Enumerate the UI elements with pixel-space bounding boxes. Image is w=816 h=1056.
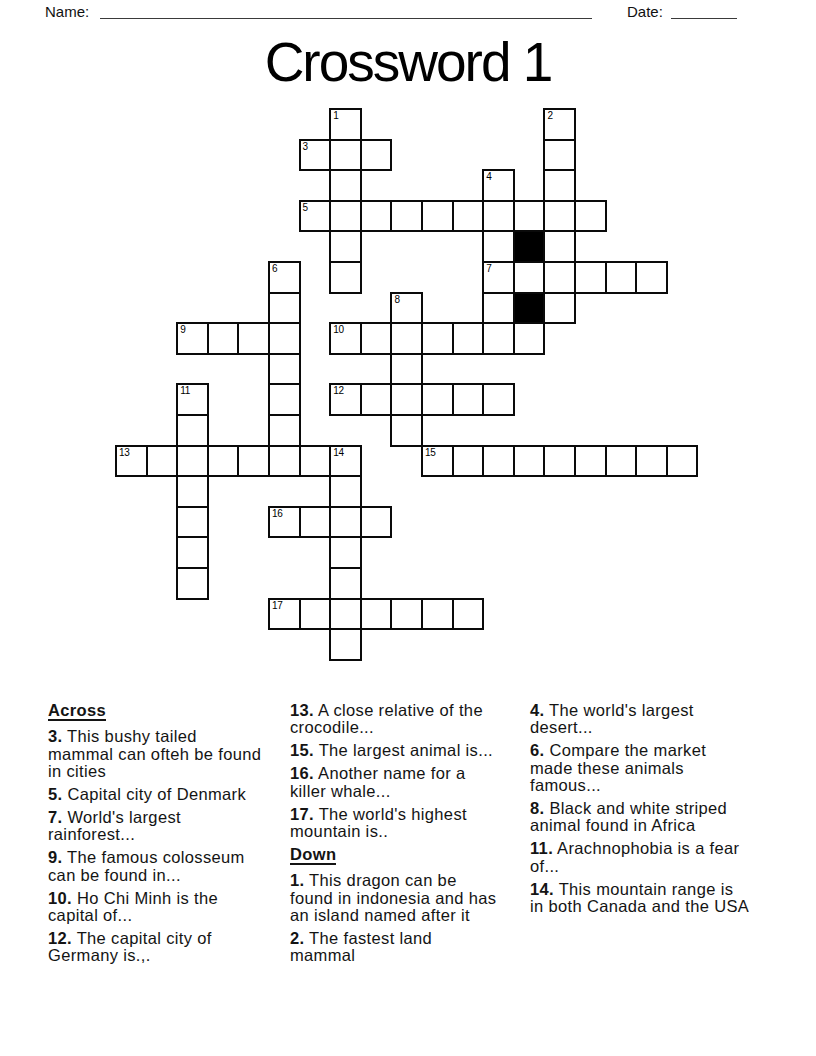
grid-cell[interactable]: [268, 506, 301, 539]
grid-cell[interactable]: [390, 383, 423, 416]
name-input-line[interactable]: [100, 18, 592, 19]
grid-cell[interactable]: [513, 200, 546, 233]
grid-cell[interactable]: [635, 261, 668, 294]
clue-number: 5.: [48, 785, 62, 803]
grid-cell[interactable]: [421, 598, 454, 631]
clue-column-2: 13. A close relative of thecrocodile...1…: [290, 702, 531, 970]
grid-cell[interactable]: [574, 261, 607, 294]
grid-cell[interactable]: [146, 445, 179, 478]
clue-column-3: 4. The world's largestdesert...6. Compar…: [530, 702, 767, 921]
grid-cell[interactable]: [299, 506, 332, 539]
clue-number: 7.: [48, 808, 62, 826]
grid-cell[interactable]: [329, 200, 362, 233]
clue-across-10: 10. Ho Chi Minh is thecapital of...: [48, 890, 285, 925]
grid-cell[interactable]: [268, 414, 301, 447]
clue-down-1: 1. This dragon can befound in indonesia …: [290, 872, 531, 924]
grid-cell[interactable]: [605, 445, 638, 478]
grid-cell[interactable]: [452, 322, 485, 355]
page-title: Crossword 1: [0, 35, 816, 90]
grid-cell[interactable]: [513, 322, 546, 355]
clue-number: 17.: [290, 805, 314, 823]
grid-cell[interactable]: [482, 292, 515, 325]
grid-cell[interactable]: [329, 322, 362, 355]
grid-cell[interactable]: [299, 139, 332, 172]
grid-cell[interactable]: [543, 139, 576, 172]
clue-number: 11.: [530, 839, 553, 857]
grid-cell[interactable]: [329, 475, 362, 508]
grid-cell[interactable]: [635, 445, 668, 478]
grid-cell[interactable]: [482, 322, 515, 355]
clue-across-17: 17. The world's highestmountain is..: [290, 806, 531, 841]
grid-cell[interactable]: [390, 200, 423, 233]
grid-cell[interactable]: [360, 383, 393, 416]
grid-cell[interactable]: [268, 598, 301, 631]
grid-cell[interactable]: [513, 445, 546, 478]
grid-cell[interactable]: [360, 506, 393, 539]
grid-cell[interactable]: [207, 322, 240, 355]
grid-cell[interactable]: [268, 292, 301, 325]
clue-across-3: 3. This bushy tailedmammal can ofteh be …: [48, 728, 285, 780]
date-label: Date:: [627, 3, 663, 20]
clue-down-4: 4. The world's largestdesert...: [530, 702, 767, 737]
clue-number: 16.: [290, 764, 314, 782]
clue-number: 10.: [48, 889, 72, 907]
clues-across-heading: Across: [48, 702, 106, 721]
grid-cell[interactable]: [482, 445, 515, 478]
grid-cell[interactable]: [329, 261, 362, 294]
grid-cell[interactable]: [390, 292, 423, 325]
grid-cell[interactable]: [421, 200, 454, 233]
clue-number: 9.: [48, 848, 62, 866]
grid-cell[interactable]: [452, 200, 485, 233]
clue-number: 2.: [290, 929, 304, 947]
grid-cell[interactable]: [452, 598, 485, 631]
grid-cell[interactable]: [237, 322, 270, 355]
grid-cell[interactable]: [421, 445, 454, 478]
grid-cell[interactable]: [360, 322, 393, 355]
grid-cell[interactable]: [360, 139, 393, 172]
grid-cell[interactable]: [421, 383, 454, 416]
grid-cell[interactable]: [176, 567, 209, 600]
grid-cell[interactable]: [329, 567, 362, 600]
grid-cell[interactable]: [176, 414, 209, 447]
grid-cell[interactable]: [299, 445, 332, 478]
clue-number: 8.: [530, 799, 544, 817]
grid-cell[interactable]: [513, 261, 546, 294]
grid-cell[interactable]: [543, 230, 576, 263]
clue-down-2: 2. The fastest landmammal: [290, 930, 531, 965]
grid-cell[interactable]: [421, 322, 454, 355]
grid-cell[interactable]: [543, 200, 576, 233]
grid-cell[interactable]: [452, 445, 485, 478]
clue-across-12: 12. The capital city ofGermany is.,.: [48, 930, 285, 965]
grid-cell[interactable]: [176, 383, 209, 416]
grid-cell[interactable]: [268, 445, 301, 478]
grid-cell[interactable]: [482, 169, 515, 202]
grid-cell[interactable]: [329, 383, 362, 416]
grid-cell[interactable]: [329, 108, 362, 141]
clue-number: 4.: [530, 701, 544, 719]
clue-across-7: 7. World's largestrainforest...: [48, 809, 285, 844]
clue-number: 14.: [530, 880, 554, 898]
grid-cell[interactable]: [176, 506, 209, 539]
grid-cell[interactable]: [543, 292, 576, 325]
grid-cell[interactable]: [299, 598, 332, 631]
clue-across-16: 16. Another name for akiller whale...: [290, 765, 531, 800]
name-label: Name:: [45, 3, 89, 20]
grid-cell[interactable]: [390, 322, 423, 355]
grid-cell[interactable]: [482, 383, 515, 416]
grid-cell[interactable]: [605, 261, 638, 294]
grid-cell[interactable]: [207, 445, 240, 478]
grid-cell[interactable]: [329, 536, 362, 569]
grid-cell[interactable]: [543, 261, 576, 294]
grid-cell[interactable]: [543, 169, 576, 202]
grid-cell[interactable]: [543, 445, 576, 478]
date-input-line[interactable]: [671, 18, 737, 19]
grid-cell[interactable]: [360, 598, 393, 631]
grid-cell[interactable]: [329, 139, 362, 172]
grid-cell[interactable]: [329, 598, 362, 631]
clue-across-5: 5. Capital city of Denmark: [48, 786, 285, 803]
grid-cell[interactable]: [268, 322, 301, 355]
grid-cell[interactable]: [329, 445, 362, 478]
grid-cell[interactable]: [574, 445, 607, 478]
grid-cell[interactable]: [452, 383, 485, 416]
grid-cell[interactable]: [176, 536, 209, 569]
crossword-grid: 1234567891011121314151617: [115, 108, 699, 662]
grid-cell[interactable]: [390, 353, 423, 386]
black-cell: [513, 230, 546, 263]
grid-cell[interactable]: [329, 506, 362, 539]
grid-cell[interactable]: [543, 108, 576, 141]
grid-cell[interactable]: [268, 383, 301, 416]
clue-across-13: 13. A close relative of thecrocodile...: [290, 702, 531, 737]
clue-down-11: 11. Arachnophobia is a fearof...: [530, 840, 767, 875]
grid-cell[interactable]: [115, 445, 148, 478]
grid-cell[interactable]: [299, 200, 332, 233]
grid-cell[interactable]: [176, 475, 209, 508]
clue-number: 3.: [48, 727, 62, 745]
clue-number: 6.: [530, 741, 544, 759]
clue-down-14: 14. This mountain range isin both Canada…: [530, 881, 767, 916]
clue-down-8: 8. Black and white stripedanimal found i…: [530, 800, 767, 835]
grid-cell[interactable]: [574, 200, 607, 233]
grid-cell[interactable]: [268, 353, 301, 386]
grid-cell[interactable]: [482, 261, 515, 294]
clue-number: 12.: [48, 929, 72, 947]
clue-number: 15.: [290, 741, 314, 759]
grid-cell[interactable]: [666, 445, 699, 478]
grid-cell[interactable]: [176, 445, 209, 478]
grid-cell[interactable]: [482, 230, 515, 263]
grid-cell[interactable]: [390, 598, 423, 631]
grid-cell[interactable]: [329, 230, 362, 263]
clue-across-15: 15. The largest animal is...: [290, 742, 531, 759]
clues-down-heading: Down: [290, 846, 336, 865]
clue-column-1: Across3. This bushy tailedmammal can oft…: [48, 702, 285, 970]
grid-cell[interactable]: [329, 169, 362, 202]
clue-across-9: 9. The famous colosseumcan be found in..…: [48, 849, 285, 884]
clue-down-6: 6. Compare the marketmade these animalsf…: [530, 742, 767, 794]
black-cell: [513, 292, 546, 325]
grid-cell[interactable]: [482, 200, 515, 233]
grid-cell[interactable]: [329, 628, 362, 661]
grid-cell[interactable]: [360, 200, 393, 233]
grid-cell[interactable]: [268, 261, 301, 294]
grid-cell[interactable]: [176, 322, 209, 355]
clue-number: 13.: [290, 701, 314, 719]
grid-cell[interactable]: [237, 445, 270, 478]
grid-cell[interactable]: [390, 414, 423, 447]
clue-number: 1.: [290, 871, 304, 889]
